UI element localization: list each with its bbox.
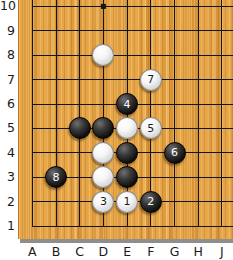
column-label-G: G: [165, 244, 185, 260]
stone-black-C5[interactable]: [69, 117, 91, 139]
row-label-5: 5: [0, 120, 15, 136]
move-number-label: 7: [147, 74, 154, 85]
row-label-1: 1: [0, 218, 15, 234]
row-label-2: 2: [0, 194, 15, 210]
column-label-D: D: [93, 244, 113, 260]
move-number-label: 8: [53, 171, 60, 182]
stone-white-E2[interactable]: 1: [116, 191, 138, 213]
row-label-9: 9: [0, 23, 15, 39]
stone-black-E6[interactable]: 4: [116, 93, 138, 115]
row-label-8: 8: [0, 47, 15, 63]
row-label-6: 6: [0, 96, 15, 112]
move-number-label: 3: [100, 196, 107, 207]
column-label-F: F: [141, 244, 161, 260]
row-label-3: 3: [0, 169, 15, 185]
row-label-4: 4: [0, 145, 15, 161]
column-label-H: H: [188, 244, 208, 260]
move-number-label: 1: [124, 196, 131, 207]
row-label-10: 10: [0, 0, 15, 14]
column-label-B: B: [46, 244, 66, 260]
stone-white-F7[interactable]: 7: [140, 69, 162, 91]
stone-white-D2[interactable]: 3: [92, 191, 114, 213]
move-number-label: 6: [171, 147, 178, 158]
move-number-label: 5: [147, 122, 154, 133]
stone-black-E4[interactable]: [116, 142, 138, 164]
column-label-C: C: [70, 244, 90, 260]
column-label-J: J: [212, 244, 232, 260]
board-bottom-shadow: [20, 239, 233, 243]
column-label-A: A: [22, 244, 42, 260]
stone-black-G4[interactable]: 6: [164, 142, 186, 164]
go-app-screenshot: 74568312 10987654321 ABCDEFGHJ: [0, 0, 233, 260]
row-label-7: 7: [0, 72, 15, 88]
move-number-label: 2: [147, 196, 154, 207]
stone-black-F2[interactable]: 2: [140, 191, 162, 213]
column-label-E: E: [117, 244, 137, 260]
move-number-label: 4: [124, 98, 131, 109]
